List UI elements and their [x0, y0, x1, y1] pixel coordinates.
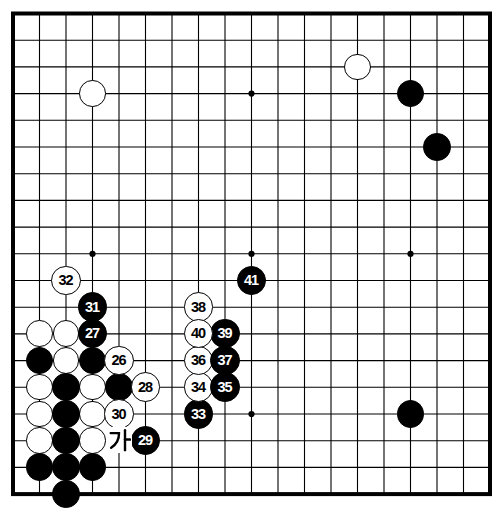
stone-black-plain: [52, 373, 80, 401]
move-number: 28: [138, 380, 152, 395]
stone-white-plain: [53, 320, 80, 347]
stone-black-plain: [52, 480, 80, 508]
stone-black-31: 31: [78, 292, 108, 322]
point-label-ga: [106, 427, 132, 453]
stone-black-35: 35: [210, 372, 240, 402]
move-number: 30: [111, 407, 125, 422]
stones-layer: 26272829303132333435363738394041: [0, 0, 500, 507]
move-number: 29: [138, 433, 152, 448]
move-number: 41: [244, 273, 258, 288]
stone-black-plain: [52, 453, 80, 481]
stone-white-plain: [26, 401, 53, 428]
stone-black-41: 41: [237, 266, 267, 296]
move-number: 39: [217, 326, 231, 341]
stone-white-40: 40: [184, 319, 214, 349]
stone-black-plain: [105, 373, 133, 401]
stone-black-plain: [79, 453, 107, 481]
stone-black-39: 39: [210, 319, 240, 349]
stone-white-30: 30: [104, 399, 134, 429]
move-number: 32: [58, 273, 72, 288]
move-number: 26: [111, 353, 125, 368]
stone-white-plain: [344, 54, 371, 81]
go-board: 26272829303132333435363738394041: [0, 0, 500, 516]
stone-white-plain: [26, 427, 53, 454]
stone-black-plain: [79, 347, 107, 375]
diagram-page: 26272829303132333435363738394041: [0, 0, 500, 516]
move-number: 36: [191, 353, 205, 368]
move-number: 31: [85, 300, 99, 315]
stone-white-32: 32: [51, 266, 81, 296]
move-number: 27: [85, 326, 99, 341]
move-number: 40: [191, 326, 205, 341]
move-number: 38: [191, 300, 205, 315]
stone-white-plain: [53, 347, 80, 374]
stone-black-37: 37: [210, 346, 240, 376]
stone-white-26: 26: [104, 346, 134, 376]
stone-white-plain: [79, 427, 106, 454]
stone-white-plain: [26, 374, 53, 401]
ga-glyph: [107, 428, 131, 452]
stone-black-33: 33: [184, 399, 214, 429]
stone-black-plain: [397, 80, 425, 108]
stone-black-27: 27: [78, 319, 108, 349]
move-number: 33: [191, 407, 205, 422]
stone-white-38: 38: [184, 292, 214, 322]
stone-black-plain: [423, 133, 451, 161]
stone-black-plain: [52, 400, 80, 428]
stone-black-plain: [397, 400, 425, 428]
move-number: 35: [217, 380, 231, 395]
stone-black-plain: [52, 427, 80, 455]
stone-white-28: 28: [131, 372, 161, 402]
stone-white-36: 36: [184, 346, 214, 376]
stone-black-plain: [26, 453, 54, 481]
stone-white-plain: [79, 80, 106, 107]
stone-black-29: 29: [131, 426, 161, 456]
stone-black-plain: [26, 347, 54, 375]
move-number: 34: [191, 380, 205, 395]
stone-white-plain: [79, 401, 106, 428]
stone-white-plain: [26, 320, 53, 347]
stone-white-plain: [79, 374, 106, 401]
move-number: 37: [217, 353, 231, 368]
stone-white-34: 34: [184, 372, 214, 402]
